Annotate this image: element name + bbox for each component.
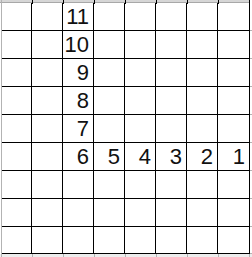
column-gridline-tick — [187, 0, 188, 4]
cell-r2c1[interactable] — [1, 31, 32, 59]
cell-r5c1[interactable] — [1, 115, 32, 143]
row-gridline-tick — [250, 170, 252, 171]
cell-r8c6[interactable] — [156, 199, 187, 227]
cell-r6c5[interactable]: 4 — [125, 143, 156, 171]
column-gridline-tick — [156, 0, 157, 4]
cell-r2c4[interactable] — [94, 31, 125, 59]
right-margin-sliver — [250, 0, 252, 257]
cell-r2c6[interactable] — [156, 31, 187, 59]
cell-r2c8[interactable] — [218, 31, 250, 59]
cell-r3c3[interactable]: 9 — [63, 59, 94, 87]
cell-r8c7[interactable] — [187, 199, 218, 227]
cell-r9c1[interactable] — [1, 227, 32, 254]
left-outer-gridline — [1, 0, 2, 257]
cell-r3c5[interactable] — [125, 59, 156, 87]
spreadsheet-puzzle-screenshot: 1110987654321 — [0, 0, 252, 257]
row-gridline-tick — [250, 142, 252, 143]
cell-r6c8[interactable]: 1 — [218, 143, 250, 171]
cell-r3c7[interactable] — [187, 59, 218, 87]
cell-r6c6[interactable]: 3 — [156, 143, 187, 171]
cell-r8c2[interactable] — [32, 199, 63, 227]
cell-r4c8[interactable] — [218, 87, 250, 115]
column-gridline-tick — [32, 0, 33, 4]
cell-r5c4[interactable] — [94, 115, 125, 143]
column-gridline-tick — [125, 0, 126, 4]
row-gridline-tick — [250, 226, 252, 227]
cell-r4c4[interactable] — [94, 87, 125, 115]
cell-r9c7[interactable] — [187, 227, 218, 254]
cell-r3c2[interactable] — [32, 59, 63, 87]
cell-r8c1[interactable] — [1, 199, 32, 227]
cell-r9c6[interactable] — [156, 227, 187, 254]
cell-r5c3[interactable]: 7 — [63, 115, 94, 143]
cell-r5c5[interactable] — [125, 115, 156, 143]
row-gridline-tick — [250, 198, 252, 199]
cell-r8c5[interactable] — [125, 199, 156, 227]
cell-r1c6[interactable] — [156, 3, 187, 31]
top-margin-band — [0, 0, 252, 3]
cell-r6c7[interactable]: 2 — [187, 143, 218, 171]
cell-r7c6[interactable] — [156, 171, 187, 199]
cell-r1c2[interactable] — [32, 3, 63, 31]
cell-r5c2[interactable] — [32, 115, 63, 143]
cell-r6c1[interactable] — [1, 143, 32, 171]
row-gridline-tick — [250, 114, 252, 115]
cell-r5c6[interactable] — [156, 115, 187, 143]
cell-r4c6[interactable] — [156, 87, 187, 115]
column-gridline-tick — [249, 0, 250, 4]
cell-r5c7[interactable] — [187, 115, 218, 143]
cell-r1c1[interactable] — [1, 3, 32, 31]
cell-r1c3[interactable]: 11 — [63, 3, 94, 31]
cell-r5c8[interactable] — [218, 115, 250, 143]
cell-r7c2[interactable] — [32, 171, 63, 199]
cell-r1c8[interactable] — [218, 3, 250, 31]
column-gridline-tick — [218, 0, 219, 4]
cell-r3c1[interactable] — [1, 59, 32, 87]
cell-r1c7[interactable] — [187, 3, 218, 31]
cell-r9c4[interactable] — [94, 227, 125, 254]
column-gridline-tick — [94, 0, 95, 4]
cell-r2c5[interactable] — [125, 31, 156, 59]
cell-r9c2[interactable] — [32, 227, 63, 254]
cell-r8c3[interactable] — [63, 199, 94, 227]
cell-r6c4[interactable]: 5 — [94, 143, 125, 171]
cell-r2c2[interactable] — [32, 31, 63, 59]
cell-r4c7[interactable] — [187, 87, 218, 115]
cell-r7c7[interactable] — [187, 171, 218, 199]
cell-r7c3[interactable] — [63, 171, 94, 199]
cell-r7c4[interactable] — [94, 171, 125, 199]
row-gridline-tick — [250, 86, 252, 87]
cell-r9c3[interactable] — [63, 227, 94, 254]
cell-r8c8[interactable] — [218, 199, 250, 227]
cell-r4c1[interactable] — [1, 87, 32, 115]
column-gridline-tick — [63, 0, 64, 4]
cell-r2c7[interactable] — [187, 31, 218, 59]
cell-r1c4[interactable] — [94, 3, 125, 31]
cell-r4c5[interactable] — [125, 87, 156, 115]
cell-r3c6[interactable] — [156, 59, 187, 87]
cell-r1c5[interactable] — [125, 3, 156, 31]
cell-r7c1[interactable] — [1, 171, 32, 199]
cell-r9c8[interactable] — [218, 227, 250, 254]
cell-r9c5[interactable] — [125, 227, 156, 254]
cell-r6c3[interactable]: 6 — [63, 143, 94, 171]
cell-r6c2[interactable] — [32, 143, 63, 171]
puzzle-grid: 1110987654321 — [1, 3, 250, 254]
cell-r4c2[interactable] — [32, 87, 63, 115]
cell-r7c8[interactable] — [218, 171, 250, 199]
cell-r8c4[interactable] — [94, 199, 125, 227]
cell-r7c5[interactable] — [125, 171, 156, 199]
row-gridline-tick — [250, 58, 252, 59]
row-gridline-tick — [250, 30, 252, 31]
cell-r2c3[interactable]: 10 — [63, 31, 94, 59]
cell-r4c3[interactable]: 8 — [63, 87, 94, 115]
cell-r3c8[interactable] — [218, 59, 250, 87]
cell-r3c4[interactable] — [94, 59, 125, 87]
